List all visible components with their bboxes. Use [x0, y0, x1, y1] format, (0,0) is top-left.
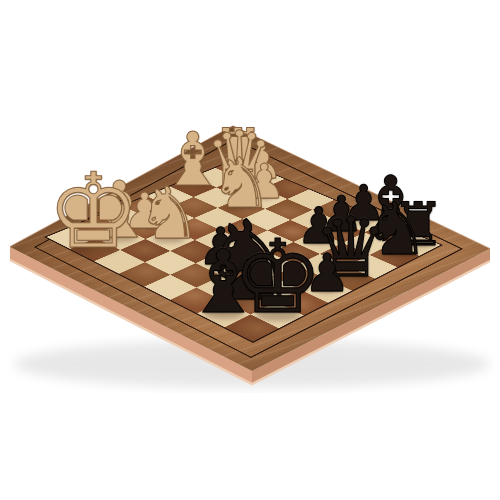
chess-set-product-photo: ♜♟♝♛♟♞♟♟♟♝♝♞♟♜♚♞♟♛♟♞♝♚	[0, 0, 500, 500]
